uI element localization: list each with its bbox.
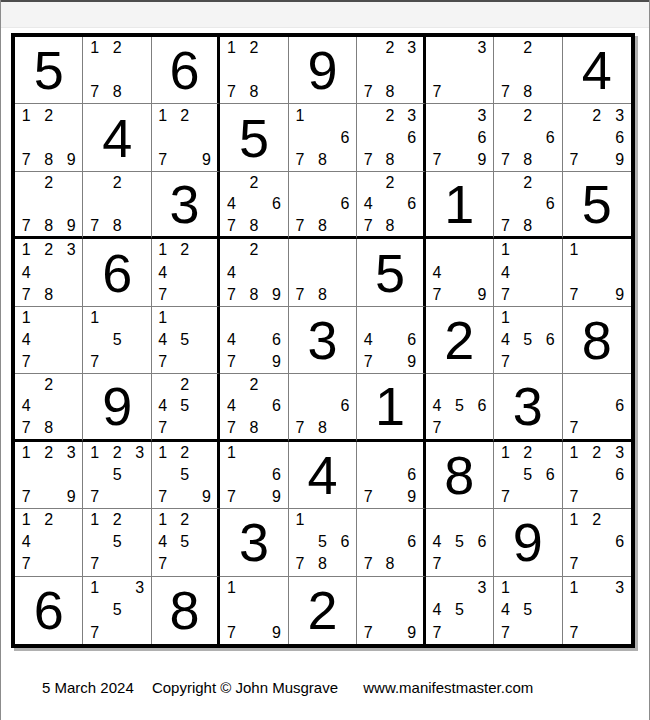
pencilmark-3: 3 [60, 442, 82, 464]
pencilmark-6: 6 [401, 464, 423, 486]
pencilmark-7: 7 [152, 149, 174, 171]
pencilmark-1: 1 [15, 509, 37, 531]
pencilmark-2: 2 [174, 104, 196, 126]
pencilmark-1: 1 [563, 577, 586, 599]
pencilmark-2: 2 [517, 172, 539, 193]
pencilmarks: 678 [289, 374, 356, 438]
pencilmark-2: 2 [585, 442, 608, 464]
pencilmark-5: 5 [517, 599, 539, 621]
cell-r4c4: 24789 [220, 239, 288, 306]
pencilmark-8: 8 [311, 215, 333, 236]
pencilmark-3: 3 [471, 37, 493, 59]
pencilmark-9: 9 [265, 622, 287, 644]
pencilmarks: 1257 [83, 509, 150, 575]
copyright-text: Copyright © John Musgrave [152, 679, 338, 696]
pencilmark-7: 7 [426, 149, 448, 171]
pencilmarks: 67 [563, 374, 631, 438]
cell-r8c3: 12457 [152, 509, 220, 576]
pencilmark-7: 7 [289, 284, 311, 306]
pencilmark-5: 5 [448, 396, 470, 417]
pencilmarks: 3679 [426, 104, 493, 170]
pencilmark-7: 7 [289, 553, 311, 575]
cell-r9c3: 8 [152, 577, 220, 644]
pencilmark-7: 7 [152, 284, 174, 306]
given-digit: 5 [563, 172, 631, 236]
pencilmark-4: 4 [152, 531, 174, 553]
cell-r4c6: 5 [357, 239, 425, 306]
pencilmark-1: 1 [83, 442, 105, 464]
pencilmark-4: 4 [15, 531, 37, 553]
cell-r1c3: 6 [152, 37, 220, 104]
cell-r5c1: 147 [15, 307, 83, 374]
pencilmark-4: 4 [494, 599, 516, 621]
pencilmark-2: 2 [37, 442, 59, 464]
pencilmark-2: 2 [517, 104, 539, 126]
pencilmarks: 1278 [83, 37, 150, 103]
pencilmark-4: 4 [152, 261, 174, 283]
cell-r5c4: 4679 [220, 307, 288, 374]
given-digit: 4 [289, 442, 356, 508]
pencilmark-1: 1 [15, 442, 37, 464]
pencilmark-7: 7 [220, 486, 242, 508]
pencilmark-9: 9 [60, 215, 82, 236]
pencilmark-7: 7 [220, 622, 242, 644]
pencilmark-2: 2 [379, 37, 401, 59]
cell-r5c7: 2 [426, 307, 494, 374]
pencilmarks: 14567 [494, 307, 561, 373]
pencilmark-6: 6 [265, 193, 287, 214]
pencilmark-7: 7 [152, 351, 174, 373]
pencilmark-8: 8 [379, 149, 401, 171]
cell-r7c9: 12367 [563, 442, 631, 509]
cell-r9c1: 6 [15, 577, 83, 644]
pencilmark-9: 9 [608, 284, 631, 306]
pencilmark-2: 2 [379, 104, 401, 126]
pencilmark-7: 7 [494, 81, 516, 103]
pencilmarks: 2457 [152, 374, 217, 438]
pencilmark-9: 9 [265, 486, 287, 508]
pencilmark-2: 2 [106, 509, 128, 531]
pencilmark-7: 7 [289, 417, 311, 438]
pencilmarks: 678 [357, 509, 422, 575]
pencilmark-7: 7 [357, 351, 379, 373]
pencilmark-4: 4 [152, 396, 174, 417]
pencilmark-8: 8 [379, 81, 401, 103]
pencilmark-7: 7 [494, 149, 516, 171]
given-digit: 5 [15, 37, 82, 103]
pencilmark-8: 8 [37, 149, 59, 171]
pencilmarks: 2789 [15, 172, 82, 236]
pencilmark-2: 2 [517, 442, 539, 464]
pencilmarks: 1247 [15, 509, 82, 575]
cell-r2c3: 1279 [152, 104, 220, 171]
cell-r1c9: 4 [563, 37, 631, 104]
pencilmarks: 23678 [357, 104, 422, 170]
cell-r2c8: 2678 [494, 104, 562, 171]
pencilmark-7: 7 [220, 81, 242, 103]
pencilmarks: 157 [83, 307, 150, 373]
pencilmark-7: 7 [426, 81, 448, 103]
pencilmark-7: 7 [83, 215, 105, 236]
pencilmark-4: 4 [220, 193, 242, 214]
pencilmark-6: 6 [334, 531, 356, 553]
footer: 5 March 2024 Copyright © John Musgrave w… [42, 679, 533, 696]
given-digit: 9 [494, 509, 561, 575]
cell-r7c3: 12579 [152, 442, 220, 509]
pencilmark-8: 8 [243, 81, 265, 103]
pencilmarks: 2678 [494, 172, 561, 236]
cell-r2c1: 12789 [15, 104, 83, 171]
pencilmark-1: 1 [83, 37, 105, 59]
pencilmark-1: 1 [563, 239, 586, 261]
cell-r4c1: 123478 [15, 239, 83, 306]
pencilmark-2: 2 [37, 239, 59, 261]
pencilmark-2: 2 [37, 374, 59, 395]
pencilmark-8: 8 [379, 553, 401, 575]
pencilmark-7: 7 [152, 553, 174, 575]
cell-r2c4: 5 [220, 104, 288, 171]
given-digit: 9 [83, 374, 150, 438]
pencilmark-8: 8 [517, 215, 539, 236]
pencilmark-2: 2 [174, 442, 196, 464]
pencilmark-7: 7 [15, 417, 37, 438]
cell-r8c7: 4567 [426, 509, 494, 576]
pencilmark-6: 6 [471, 531, 493, 553]
pencilmark-7: 7 [357, 553, 379, 575]
pencilmark-9: 9 [471, 149, 493, 171]
pencilmark-5: 5 [106, 531, 128, 553]
pencilmarks: 1279 [152, 104, 217, 170]
cell-r6c7: 4567 [426, 374, 494, 441]
pencilmark-8: 8 [311, 417, 333, 438]
cell-r5c2: 157 [83, 307, 151, 374]
cell-r5c5: 3 [289, 307, 357, 374]
pencilmark-8: 8 [517, 149, 539, 171]
cell-r3c2: 278 [83, 172, 151, 239]
cell-r5c8: 14567 [494, 307, 562, 374]
pencilmark-9: 9 [60, 486, 82, 508]
pencilmark-7: 7 [357, 215, 379, 236]
cell-r2c7: 3679 [426, 104, 494, 171]
pencilmark-6: 6 [539, 464, 561, 486]
pencilmark-9: 9 [401, 351, 423, 373]
pencilmarks: 79 [357, 577, 422, 644]
cell-r3c4: 24678 [220, 172, 288, 239]
pencilmark-2: 2 [106, 442, 128, 464]
pencilmark-7: 7 [357, 486, 379, 508]
pencilmark-7: 7 [83, 553, 105, 575]
pencilmark-9: 9 [401, 486, 423, 508]
cell-r8c4: 3 [220, 509, 288, 576]
pencilmarks: 15678 [289, 509, 356, 575]
pencilmark-6: 6 [401, 127, 423, 149]
given-digit: 3 [494, 374, 561, 438]
pencilmarks: 78 [289, 239, 356, 305]
cell-r1c8: 278 [494, 37, 562, 104]
cell-r1c5: 9 [289, 37, 357, 104]
pencilmark-9: 9 [401, 622, 423, 644]
pencilmark-4: 4 [15, 329, 37, 351]
pencilmark-8: 8 [311, 284, 333, 306]
pencilmark-2: 2 [37, 172, 59, 193]
pencilmark-5: 5 [517, 464, 539, 486]
pencilmark-1: 1 [220, 37, 242, 59]
cell-r2c2: 4 [83, 104, 151, 171]
pencilmark-5: 5 [311, 531, 333, 553]
pencilmark-8: 8 [243, 417, 265, 438]
pencilmark-8: 8 [311, 553, 333, 575]
given-digit: 4 [563, 37, 631, 103]
pencilmark-5: 5 [174, 531, 196, 553]
pencilmark-2: 2 [517, 37, 539, 59]
pencilmark-4: 4 [426, 599, 448, 621]
cell-r4c2: 6 [83, 239, 151, 306]
given-digit: 9 [289, 37, 356, 103]
pencilmark-6: 6 [608, 396, 631, 417]
cell-r9c4: 179 [220, 577, 288, 644]
pencilmark-1: 1 [152, 104, 174, 126]
given-digit: 8 [426, 442, 493, 508]
pencilmark-4: 4 [426, 531, 448, 553]
pencilmarks: 12367 [563, 442, 631, 508]
pencilmark-8: 8 [517, 81, 539, 103]
pencilmarks: 2478 [15, 374, 82, 438]
pencilmarks: 1247 [152, 239, 217, 305]
cell-r1c4: 1278 [220, 37, 288, 104]
pencilmarks: 1679 [220, 442, 287, 508]
pencilmark-1: 1 [220, 577, 242, 599]
pencilmark-8: 8 [37, 284, 59, 306]
pencilmarks: 137 [563, 577, 631, 644]
pencilmark-6: 6 [539, 193, 561, 214]
pencilmark-2: 2 [243, 374, 265, 395]
cell-r8c5: 15678 [289, 509, 357, 576]
pencilmark-2: 2 [585, 509, 608, 531]
pencilmark-7: 7 [220, 284, 242, 306]
pencilmark-7: 7 [83, 351, 105, 373]
pencilmark-7: 7 [426, 417, 448, 438]
pencilmarks: 278 [494, 37, 561, 103]
pencilmark-1: 1 [220, 442, 242, 464]
pencilmarks: 1457 [494, 577, 561, 644]
given-digit: 4 [83, 104, 150, 170]
cell-r1c7: 37 [426, 37, 494, 104]
pencilmark-4: 4 [426, 261, 448, 283]
pencilmark-7: 7 [83, 486, 105, 508]
pencilmark-2: 2 [243, 239, 265, 261]
pencilmark-6: 6 [334, 193, 356, 214]
cell-r9c2: 1357 [83, 577, 151, 644]
pencilmark-6: 6 [265, 396, 287, 417]
pencilmark-7: 7 [15, 149, 37, 171]
pencilmarks: 179 [563, 239, 631, 305]
pencilmark-7: 7 [152, 417, 174, 438]
pencilmark-7: 7 [289, 149, 311, 171]
pencilmark-2: 2 [243, 37, 265, 59]
pencilmark-2: 2 [243, 172, 265, 193]
pencilmark-4: 4 [357, 329, 379, 351]
pencilmarks: 147 [15, 307, 82, 373]
pencilmark-4: 4 [152, 329, 174, 351]
pencilmark-4: 4 [15, 396, 37, 417]
pencilmark-3: 3 [608, 442, 631, 464]
pencilmark-7: 7 [494, 284, 516, 306]
cell-r8c6: 678 [357, 509, 425, 576]
cell-r6c1: 2478 [15, 374, 83, 441]
cell-r7c1: 12379 [15, 442, 83, 509]
cell-r3c5: 678 [289, 172, 357, 239]
cell-r4c7: 479 [426, 239, 494, 306]
pencilmark-6: 6 [608, 127, 631, 149]
cell-r5c3: 1457 [152, 307, 220, 374]
pencilmark-8: 8 [311, 149, 333, 171]
pencilmark-7: 7 [15, 486, 37, 508]
pencilmark-8: 8 [106, 81, 128, 103]
pencilmark-9: 9 [60, 149, 82, 171]
pencilmark-7: 7 [220, 351, 242, 373]
pencilmark-7: 7 [426, 622, 448, 644]
pencilmark-1: 1 [289, 104, 311, 126]
pencilmark-4: 4 [220, 329, 242, 351]
pencilmark-7: 7 [494, 351, 516, 373]
pencilmark-5: 5 [174, 464, 196, 486]
given-digit: 2 [426, 307, 493, 373]
website-url: www.manifestmaster.com [363, 679, 533, 696]
pencilmarks: 23679 [563, 104, 631, 170]
pencilmarks: 179 [220, 577, 287, 644]
pencilmark-4: 4 [494, 329, 516, 351]
pencilmark-3: 3 [471, 104, 493, 126]
pencilmark-3: 3 [128, 442, 150, 464]
pencilmarks: 24678 [220, 172, 287, 236]
given-digit: 1 [426, 172, 493, 236]
given-digit: 1 [357, 374, 422, 438]
cell-r3c6: 24678 [357, 172, 425, 239]
cell-r7c5: 4 [289, 442, 357, 509]
pencilmark-1: 1 [494, 307, 516, 329]
pencilmarks: 12579 [152, 442, 217, 508]
pencilmark-1: 1 [83, 577, 105, 599]
given-digit: 3 [220, 509, 287, 575]
window-top-bar [1, 2, 649, 28]
given-digit: 6 [83, 239, 150, 305]
pencilmarks: 4679 [357, 307, 422, 373]
pencilmark-5: 5 [106, 464, 128, 486]
pencilmark-3: 3 [608, 104, 631, 126]
cell-r9c6: 79 [357, 577, 425, 644]
cell-r8c9: 1267 [563, 509, 631, 576]
pencilmark-5: 5 [174, 329, 196, 351]
pencilmark-8: 8 [106, 215, 128, 236]
pencilmarks: 12457 [152, 509, 217, 575]
cell-r6c5: 678 [289, 374, 357, 441]
pencilmarks: 4679 [220, 307, 287, 373]
pencilmark-7: 7 [357, 149, 379, 171]
pencilmark-6: 6 [539, 329, 561, 351]
cell-r6c6: 1 [357, 374, 425, 441]
pencilmark-7: 7 [152, 486, 174, 508]
pencilmarks: 678 [289, 172, 356, 236]
pencilmark-5: 5 [448, 599, 470, 621]
cell-r4c5: 78 [289, 239, 357, 306]
page: 5127861278923783727841278941279516782367… [0, 0, 650, 720]
pencilmark-7: 7 [563, 417, 586, 438]
pencilmarks: 12357 [83, 442, 150, 508]
pencilmark-4: 4 [220, 261, 242, 283]
pencilmark-1: 1 [15, 104, 37, 126]
pencilmark-3: 3 [608, 577, 631, 599]
given-digit: 2 [289, 577, 356, 644]
cell-r6c9: 67 [563, 374, 631, 441]
pencilmark-8: 8 [37, 417, 59, 438]
cell-r8c8: 9 [494, 509, 562, 576]
pencilmark-7: 7 [357, 81, 379, 103]
pencilmark-9: 9 [608, 149, 631, 171]
given-digit: 3 [152, 172, 217, 236]
given-digit: 6 [15, 577, 82, 644]
pencilmarks: 278 [83, 172, 150, 236]
pencilmarks: 24678 [357, 172, 422, 236]
pencilmark-1: 1 [289, 509, 311, 531]
pencilmark-2: 2 [37, 509, 59, 531]
pencilmark-6: 6 [401, 193, 423, 214]
cell-r3c7: 1 [426, 172, 494, 239]
cell-r5c9: 8 [563, 307, 631, 374]
pencilmark-7: 7 [15, 553, 37, 575]
pencilmark-4: 4 [15, 261, 37, 283]
pencilmark-7: 7 [83, 622, 105, 644]
cell-r9c8: 1457 [494, 577, 562, 644]
pencilmark-7: 7 [426, 553, 448, 575]
pencilmark-3: 3 [471, 577, 493, 599]
pencilmarks: 12567 [494, 442, 561, 508]
pencilmarks: 1267 [563, 509, 631, 575]
pencilmark-9: 9 [196, 149, 218, 171]
pencilmark-2: 2 [174, 239, 196, 261]
pencilmarks: 1357 [83, 577, 150, 644]
pencilmark-6: 6 [401, 531, 423, 553]
sudoku-board: 5127861278923783727841278941279516782367… [11, 33, 635, 648]
pencilmark-1: 1 [152, 509, 174, 531]
pencilmark-3: 3 [128, 577, 150, 599]
pencilmark-9: 9 [265, 351, 287, 373]
pencilmark-6: 6 [401, 329, 423, 351]
pencilmark-8: 8 [379, 215, 401, 236]
pencilmarks: 37 [426, 37, 493, 103]
pencilmark-3: 3 [60, 239, 82, 261]
pencilmark-1: 1 [15, 307, 37, 329]
cell-r6c8: 3 [494, 374, 562, 441]
pencilmark-8: 8 [243, 215, 265, 236]
pencilmark-4: 4 [357, 193, 379, 214]
pencilmarks: 123478 [15, 239, 82, 305]
given-digit: 6 [152, 37, 217, 103]
puzzle-date: 5 March 2024 [42, 679, 134, 696]
cell-r8c1: 1247 [15, 509, 83, 576]
cell-r4c8: 147 [494, 239, 562, 306]
pencilmark-7: 7 [15, 351, 37, 373]
pencilmark-1: 1 [152, 307, 174, 329]
pencilmark-3: 3 [401, 37, 423, 59]
cell-r2c9: 23679 [563, 104, 631, 171]
pencilmark-5: 5 [517, 329, 539, 351]
pencilmarks: 24678 [220, 374, 287, 438]
pencilmark-6: 6 [471, 396, 493, 417]
pencilmark-7: 7 [563, 149, 586, 171]
pencilmark-4: 4 [220, 396, 242, 417]
pencilmarks: 24789 [220, 239, 287, 305]
pencilmark-2: 2 [106, 172, 128, 193]
